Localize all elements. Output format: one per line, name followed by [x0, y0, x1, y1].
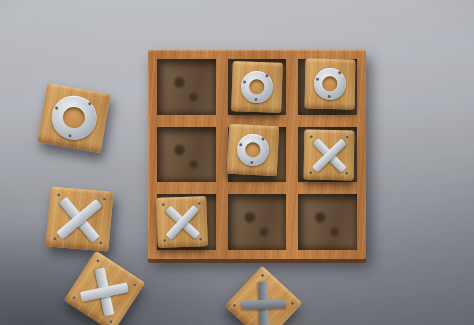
- loose-piece-x: [225, 266, 303, 325]
- board-cell-top-right[interactable]: [298, 59, 357, 115]
- metal-o-ring-icon: [236, 134, 270, 168]
- screw-icon: [198, 202, 201, 205]
- screw-icon: [99, 241, 102, 244]
- screw-icon: [309, 135, 312, 138]
- board-cell-top-middle[interactable]: [228, 59, 287, 115]
- board-cell-middle-left[interactable]: [157, 127, 216, 183]
- board-cell-bottom-left[interactable]: [157, 194, 216, 250]
- screw-icon: [315, 78, 318, 81]
- board-cell-bottom-middle[interactable]: [228, 194, 287, 250]
- board-cell-top-left[interactable]: [157, 59, 216, 115]
- tabletop-scene: [0, 0, 474, 325]
- x-piece[interactable]: [156, 196, 208, 248]
- x-piece[interactable]: [303, 130, 354, 181]
- screw-icon: [265, 74, 268, 77]
- loose-piece-x: [64, 251, 146, 325]
- screw-icon: [233, 303, 237, 307]
- screw-icon: [103, 197, 106, 200]
- screw-icon: [163, 239, 166, 242]
- metal-o-ring-icon: [48, 92, 100, 143]
- screw-icon: [55, 107, 58, 110]
- metal-o-ring-icon: [313, 68, 346, 101]
- screw-icon: [255, 98, 258, 101]
- screw-icon: [261, 138, 264, 141]
- metal-x-cross-icon: [71, 258, 138, 325]
- screw-icon: [239, 144, 242, 147]
- screw-icon: [96, 259, 100, 263]
- screw-icon: [88, 102, 91, 105]
- screw-icon: [243, 81, 246, 84]
- metal-bar: [241, 299, 286, 310]
- screw-icon: [345, 172, 348, 175]
- screw-icon: [68, 134, 71, 137]
- screw-icon: [250, 161, 253, 164]
- screw-icon: [162, 203, 165, 206]
- o-piece[interactable]: [304, 58, 355, 109]
- tic-tac-toe-board: [148, 50, 366, 259]
- screw-icon: [53, 237, 56, 240]
- o-piece[interactable]: [227, 124, 280, 177]
- metal-o-ring-icon: [240, 70, 273, 103]
- x-piece[interactable]: [46, 186, 114, 251]
- metal-x-cross-icon: [52, 192, 108, 246]
- screw-icon: [337, 71, 340, 74]
- screw-icon: [309, 172, 312, 175]
- metal-x-cross-icon: [232, 273, 296, 325]
- screw-icon: [290, 301, 294, 305]
- x-piece[interactable]: [225, 266, 303, 325]
- metal-x-cross-icon: [308, 135, 350, 177]
- x-piece[interactable]: [64, 251, 146, 325]
- screw-icon: [327, 95, 330, 98]
- metal-x-cross-icon: [161, 201, 203, 243]
- board-cell-center[interactable]: [228, 127, 287, 183]
- screw-icon: [72, 296, 76, 300]
- screw-icon: [109, 319, 113, 323]
- screw-icon: [200, 238, 203, 241]
- screw-icon: [132, 283, 136, 287]
- board-cell-middle-right[interactable]: [298, 127, 357, 183]
- screw-icon: [346, 136, 349, 139]
- loose-piece-x: [46, 186, 114, 251]
- screw-icon: [57, 193, 60, 196]
- screw-icon: [260, 274, 264, 278]
- board-grid: [148, 50, 366, 259]
- board-cell-bottom-right[interactable]: [298, 194, 357, 250]
- o-piece[interactable]: [231, 61, 283, 113]
- loose-piece-o: [37, 83, 110, 153]
- o-piece[interactable]: [37, 83, 110, 153]
